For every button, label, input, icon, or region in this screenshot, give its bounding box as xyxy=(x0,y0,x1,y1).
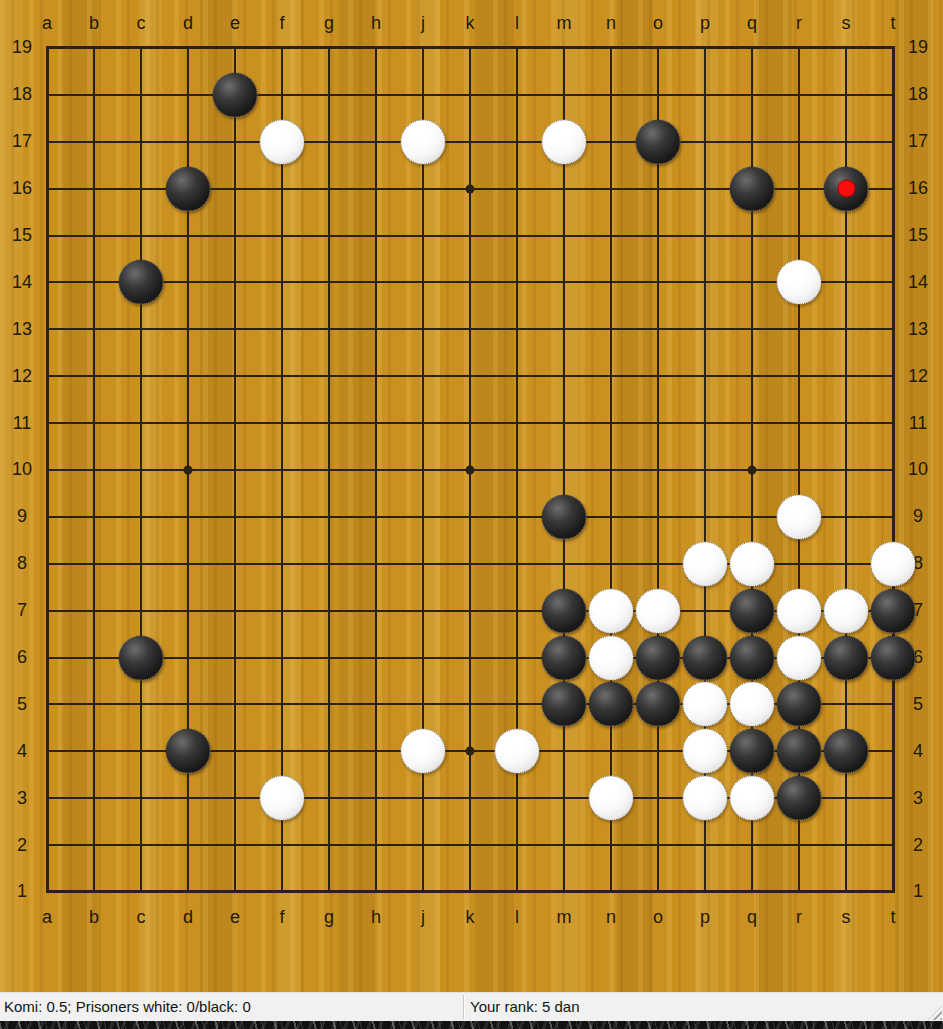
intersection-j10[interactable] xyxy=(400,447,447,494)
intersection-f2[interactable] xyxy=(259,822,306,869)
intersection-l7[interactable] xyxy=(494,587,541,634)
intersection-e14[interactable] xyxy=(212,259,259,306)
intersection-m14[interactable] xyxy=(541,259,588,306)
intersection-t5[interactable] xyxy=(870,681,917,728)
intersection-k2[interactable] xyxy=(447,822,494,869)
intersection-l3[interactable] xyxy=(494,775,541,822)
intersection-t13[interactable] xyxy=(870,306,917,353)
intersection-o14[interactable] xyxy=(635,259,682,306)
intersection-h15[interactable] xyxy=(353,212,400,259)
intersection-g11[interactable] xyxy=(306,400,353,447)
intersection-c5[interactable] xyxy=(118,681,165,728)
intersection-m11[interactable] xyxy=(541,400,588,447)
intersection-j15[interactable] xyxy=(400,212,447,259)
intersection-t12[interactable] xyxy=(870,353,917,400)
intersection-a18[interactable] xyxy=(24,71,71,118)
intersection-k1[interactable] xyxy=(447,869,494,916)
intersection-o4[interactable] xyxy=(635,728,682,775)
intersection-o11[interactable] xyxy=(635,400,682,447)
intersection-g8[interactable] xyxy=(306,540,353,587)
intersection-f5[interactable] xyxy=(259,681,306,728)
intersection-f1[interactable] xyxy=(259,869,306,916)
intersection-r2[interactable] xyxy=(776,822,823,869)
intersection-d6[interactable] xyxy=(165,634,212,681)
intersection-d13[interactable] xyxy=(165,306,212,353)
intersection-f18[interactable] xyxy=(259,71,306,118)
intersection-e6[interactable] xyxy=(212,634,259,681)
intersection-j3[interactable] xyxy=(400,775,447,822)
intersection-n2[interactable] xyxy=(588,822,635,869)
intersection-b7[interactable] xyxy=(71,587,118,634)
intersection-b5[interactable] xyxy=(71,681,118,728)
intersection-k8[interactable] xyxy=(447,540,494,587)
intersection-d9[interactable] xyxy=(165,493,212,540)
intersection-j11[interactable] xyxy=(400,400,447,447)
intersection-k17[interactable] xyxy=(447,118,494,165)
intersection-k12[interactable] xyxy=(447,353,494,400)
intersection-n10[interactable] xyxy=(588,447,635,494)
intersection-j8[interactable] xyxy=(400,540,447,587)
intersection-h8[interactable] xyxy=(353,540,400,587)
intersection-g6[interactable] xyxy=(306,634,353,681)
intersection-k4[interactable] xyxy=(447,728,494,775)
intersection-o1[interactable] xyxy=(635,869,682,916)
intersection-n12[interactable] xyxy=(588,353,635,400)
intersection-h19[interactable] xyxy=(353,25,400,72)
intersection-f9[interactable] xyxy=(259,493,306,540)
intersection-p14[interactable] xyxy=(682,259,729,306)
intersection-l2[interactable] xyxy=(494,822,541,869)
intersection-d17[interactable] xyxy=(165,118,212,165)
intersection-e13[interactable] xyxy=(212,306,259,353)
intersection-o13[interactable] xyxy=(635,306,682,353)
intersection-r11[interactable] xyxy=(776,400,823,447)
intersection-j16[interactable] xyxy=(400,165,447,212)
intersection-a8[interactable] xyxy=(24,540,71,587)
intersection-h17[interactable] xyxy=(353,118,400,165)
intersection-g19[interactable] xyxy=(306,25,353,72)
intersection-f15[interactable] xyxy=(259,212,306,259)
intersection-f19[interactable] xyxy=(259,25,306,72)
intersection-h11[interactable] xyxy=(353,400,400,447)
intersection-p10[interactable] xyxy=(682,447,729,494)
intersection-a15[interactable] xyxy=(24,212,71,259)
intersection-t19[interactable] xyxy=(870,25,917,72)
intersection-d14[interactable] xyxy=(165,259,212,306)
intersection-q13[interactable] xyxy=(729,306,776,353)
intersection-l15[interactable] xyxy=(494,212,541,259)
intersection-h2[interactable] xyxy=(353,822,400,869)
intersection-d11[interactable] xyxy=(165,400,212,447)
intersection-j7[interactable] xyxy=(400,587,447,634)
intersection-q11[interactable] xyxy=(729,400,776,447)
intersection-k16[interactable] xyxy=(447,165,494,212)
intersection-h18[interactable] xyxy=(353,71,400,118)
intersection-f16[interactable] xyxy=(259,165,306,212)
intersection-p15[interactable] xyxy=(682,212,729,259)
intersection-p7[interactable] xyxy=(682,587,729,634)
intersection-c17[interactable] xyxy=(118,118,165,165)
intersection-o8[interactable] xyxy=(635,540,682,587)
intersection-g18[interactable] xyxy=(306,71,353,118)
intersection-f10[interactable] xyxy=(259,447,306,494)
intersection-b11[interactable] xyxy=(71,400,118,447)
intersection-l19[interactable] xyxy=(494,25,541,72)
resize-grip[interactable] xyxy=(928,1006,942,1020)
intersection-e12[interactable] xyxy=(212,353,259,400)
intersection-c18[interactable] xyxy=(118,71,165,118)
intersection-n8[interactable] xyxy=(588,540,635,587)
intersection-r1[interactable] xyxy=(776,869,823,916)
intersection-r12[interactable] xyxy=(776,353,823,400)
intersection-j2[interactable] xyxy=(400,822,447,869)
intersection-c7[interactable] xyxy=(118,587,165,634)
intersection-j1[interactable] xyxy=(400,869,447,916)
intersection-b8[interactable] xyxy=(71,540,118,587)
intersection-m19[interactable] xyxy=(541,25,588,72)
intersection-d19[interactable] xyxy=(165,25,212,72)
intersection-b10[interactable] xyxy=(71,447,118,494)
intersection-f6[interactable] xyxy=(259,634,306,681)
intersection-o10[interactable] xyxy=(635,447,682,494)
intersection-p9[interactable] xyxy=(682,493,729,540)
intersection-q12[interactable] xyxy=(729,353,776,400)
intersection-t1[interactable] xyxy=(870,869,917,916)
intersection-m12[interactable] xyxy=(541,353,588,400)
intersection-a16[interactable] xyxy=(24,165,71,212)
intersection-g16[interactable] xyxy=(306,165,353,212)
intersection-f4[interactable] xyxy=(259,728,306,775)
intersection-s19[interactable] xyxy=(823,25,870,72)
intersection-s1[interactable] xyxy=(823,869,870,916)
intersection-q2[interactable] xyxy=(729,822,776,869)
intersection-q9[interactable] xyxy=(729,493,776,540)
intersection-n16[interactable] xyxy=(588,165,635,212)
intersection-l1[interactable] xyxy=(494,869,541,916)
intersection-m15[interactable] xyxy=(541,212,588,259)
intersection-t14[interactable] xyxy=(870,259,917,306)
intersection-m8[interactable] xyxy=(541,540,588,587)
intersection-r10[interactable] xyxy=(776,447,823,494)
intersection-p18[interactable] xyxy=(682,71,729,118)
intersection-q10[interactable] xyxy=(729,447,776,494)
intersection-c16[interactable] xyxy=(118,165,165,212)
intersection-b17[interactable] xyxy=(71,118,118,165)
intersection-k3[interactable] xyxy=(447,775,494,822)
intersection-a17[interactable] xyxy=(24,118,71,165)
intersection-r8[interactable] xyxy=(776,540,823,587)
intersection-m10[interactable] xyxy=(541,447,588,494)
intersection-p1[interactable] xyxy=(682,869,729,916)
intersection-j9[interactable] xyxy=(400,493,447,540)
intersection-h14[interactable] xyxy=(353,259,400,306)
intersection-n11[interactable] xyxy=(588,400,635,447)
intersection-a5[interactable] xyxy=(24,681,71,728)
intersection-d1[interactable] xyxy=(165,869,212,916)
intersection-o12[interactable] xyxy=(635,353,682,400)
intersection-m18[interactable] xyxy=(541,71,588,118)
intersection-r18[interactable] xyxy=(776,71,823,118)
intersection-t10[interactable] xyxy=(870,447,917,494)
intersection-b16[interactable] xyxy=(71,165,118,212)
intersection-d5[interactable] xyxy=(165,681,212,728)
intersection-g15[interactable] xyxy=(306,212,353,259)
intersection-p2[interactable] xyxy=(682,822,729,869)
intersection-d18[interactable] xyxy=(165,71,212,118)
intersection-a10[interactable] xyxy=(24,447,71,494)
intersection-b3[interactable] xyxy=(71,775,118,822)
intersection-c19[interactable] xyxy=(118,25,165,72)
intersection-j12[interactable] xyxy=(400,353,447,400)
intersection-h13[interactable] xyxy=(353,306,400,353)
intersection-h7[interactable] xyxy=(353,587,400,634)
intersection-g5[interactable] xyxy=(306,681,353,728)
intersection-q15[interactable] xyxy=(729,212,776,259)
intersection-l13[interactable] xyxy=(494,306,541,353)
intersection-e8[interactable] xyxy=(212,540,259,587)
intersection-d12[interactable] xyxy=(165,353,212,400)
intersection-m13[interactable] xyxy=(541,306,588,353)
intersection-s2[interactable] xyxy=(823,822,870,869)
intersection-c9[interactable] xyxy=(118,493,165,540)
intersection-p19[interactable] xyxy=(682,25,729,72)
intersection-a7[interactable] xyxy=(24,587,71,634)
intersection-c2[interactable] xyxy=(118,822,165,869)
intersection-e5[interactable] xyxy=(212,681,259,728)
intersection-k9[interactable] xyxy=(447,493,494,540)
intersection-d2[interactable] xyxy=(165,822,212,869)
intersection-s10[interactable] xyxy=(823,447,870,494)
intersection-b9[interactable] xyxy=(71,493,118,540)
intersection-b4[interactable] xyxy=(71,728,118,775)
intersection-o9[interactable] xyxy=(635,493,682,540)
intersection-d7[interactable] xyxy=(165,587,212,634)
intersection-b2[interactable] xyxy=(71,822,118,869)
intersection-f11[interactable] xyxy=(259,400,306,447)
intersection-a6[interactable] xyxy=(24,634,71,681)
intersection-p13[interactable] xyxy=(682,306,729,353)
intersection-j19[interactable] xyxy=(400,25,447,72)
intersection-j5[interactable] xyxy=(400,681,447,728)
intersection-g12[interactable] xyxy=(306,353,353,400)
intersection-n19[interactable] xyxy=(588,25,635,72)
intersection-p12[interactable] xyxy=(682,353,729,400)
intersection-s15[interactable] xyxy=(823,212,870,259)
intersection-b1[interactable] xyxy=(71,869,118,916)
intersection-n4[interactable] xyxy=(588,728,635,775)
intersection-n14[interactable] xyxy=(588,259,635,306)
intersection-j14[interactable] xyxy=(400,259,447,306)
intersection-g1[interactable] xyxy=(306,869,353,916)
intersection-e4[interactable] xyxy=(212,728,259,775)
intersection-p16[interactable] xyxy=(682,165,729,212)
intersection-a14[interactable] xyxy=(24,259,71,306)
intersection-m2[interactable] xyxy=(541,822,588,869)
intersection-m1[interactable] xyxy=(541,869,588,916)
intersection-q17[interactable] xyxy=(729,118,776,165)
intersection-l8[interactable] xyxy=(494,540,541,587)
intersection-s9[interactable] xyxy=(823,493,870,540)
intersection-h12[interactable] xyxy=(353,353,400,400)
intersection-g9[interactable] xyxy=(306,493,353,540)
intersection-b15[interactable] xyxy=(71,212,118,259)
intersection-c12[interactable] xyxy=(118,353,165,400)
intersection-h5[interactable] xyxy=(353,681,400,728)
intersection-n1[interactable] xyxy=(588,869,635,916)
intersection-s13[interactable] xyxy=(823,306,870,353)
intersection-k14[interactable] xyxy=(447,259,494,306)
intersection-g4[interactable] xyxy=(306,728,353,775)
intersection-a12[interactable] xyxy=(24,353,71,400)
intersection-s3[interactable] xyxy=(823,775,870,822)
intersection-e15[interactable] xyxy=(212,212,259,259)
intersection-c8[interactable] xyxy=(118,540,165,587)
intersection-l18[interactable] xyxy=(494,71,541,118)
intersection-b19[interactable] xyxy=(71,25,118,72)
intersection-e16[interactable] xyxy=(212,165,259,212)
intersection-l5[interactable] xyxy=(494,681,541,728)
intersection-t2[interactable] xyxy=(870,822,917,869)
intersection-t16[interactable] xyxy=(870,165,917,212)
intersection-t18[interactable] xyxy=(870,71,917,118)
intersection-l6[interactable] xyxy=(494,634,541,681)
intersection-c4[interactable] xyxy=(118,728,165,775)
intersection-b18[interactable] xyxy=(71,71,118,118)
intersection-g14[interactable] xyxy=(306,259,353,306)
intersection-s14[interactable] xyxy=(823,259,870,306)
intersection-j13[interactable] xyxy=(400,306,447,353)
intersection-j6[interactable] xyxy=(400,634,447,681)
intersection-d8[interactable] xyxy=(165,540,212,587)
intersection-a13[interactable] xyxy=(24,306,71,353)
intersection-o3[interactable] xyxy=(635,775,682,822)
intersection-r13[interactable] xyxy=(776,306,823,353)
intersection-g13[interactable] xyxy=(306,306,353,353)
intersection-a9[interactable] xyxy=(24,493,71,540)
intersection-h6[interactable] xyxy=(353,634,400,681)
intersection-s17[interactable] xyxy=(823,118,870,165)
intersection-l10[interactable] xyxy=(494,447,541,494)
intersection-c15[interactable] xyxy=(118,212,165,259)
intersection-q1[interactable] xyxy=(729,869,776,916)
intersection-c13[interactable] xyxy=(118,306,165,353)
intersection-g3[interactable] xyxy=(306,775,353,822)
intersection-m4[interactable] xyxy=(541,728,588,775)
intersection-m3[interactable] xyxy=(541,775,588,822)
intersection-b6[interactable] xyxy=(71,634,118,681)
intersection-b12[interactable] xyxy=(71,353,118,400)
intersection-n17[interactable] xyxy=(588,118,635,165)
intersection-k7[interactable] xyxy=(447,587,494,634)
intersection-l12[interactable] xyxy=(494,353,541,400)
intersection-h1[interactable] xyxy=(353,869,400,916)
intersection-g2[interactable] xyxy=(306,822,353,869)
intersection-k13[interactable] xyxy=(447,306,494,353)
intersection-r19[interactable] xyxy=(776,25,823,72)
intersection-e9[interactable] xyxy=(212,493,259,540)
intersection-o2[interactable] xyxy=(635,822,682,869)
intersection-k19[interactable] xyxy=(447,25,494,72)
intersection-k5[interactable] xyxy=(447,681,494,728)
intersection-e3[interactable] xyxy=(212,775,259,822)
intersection-t4[interactable] xyxy=(870,728,917,775)
intersection-f12[interactable] xyxy=(259,353,306,400)
intersection-n13[interactable] xyxy=(588,306,635,353)
intersection-o16[interactable] xyxy=(635,165,682,212)
intersection-o18[interactable] xyxy=(635,71,682,118)
intersection-f14[interactable] xyxy=(259,259,306,306)
intersection-k15[interactable] xyxy=(447,212,494,259)
intersection-h10[interactable] xyxy=(353,447,400,494)
intersection-a11[interactable] xyxy=(24,400,71,447)
intersection-k10[interactable] xyxy=(447,447,494,494)
intersection-s8[interactable] xyxy=(823,540,870,587)
intersection-e7[interactable] xyxy=(212,587,259,634)
intersection-s5[interactable] xyxy=(823,681,870,728)
intersection-d15[interactable] xyxy=(165,212,212,259)
intersection-e17[interactable] xyxy=(212,118,259,165)
intersection-p11[interactable] xyxy=(682,400,729,447)
intersection-k18[interactable] xyxy=(447,71,494,118)
intersection-d3[interactable] xyxy=(165,775,212,822)
intersection-f13[interactable] xyxy=(259,306,306,353)
intersection-l9[interactable] xyxy=(494,493,541,540)
intersection-q14[interactable] xyxy=(729,259,776,306)
intersection-n9[interactable] xyxy=(588,493,635,540)
intersection-q18[interactable] xyxy=(729,71,776,118)
intersection-l17[interactable] xyxy=(494,118,541,165)
intersection-r17[interactable] xyxy=(776,118,823,165)
intersection-o15[interactable] xyxy=(635,212,682,259)
intersection-d10[interactable] xyxy=(165,447,212,494)
intersection-k11[interactable] xyxy=(447,400,494,447)
intersection-g17[interactable] xyxy=(306,118,353,165)
intersection-c10[interactable] xyxy=(118,447,165,494)
intersection-e10[interactable] xyxy=(212,447,259,494)
intersection-a4[interactable] xyxy=(24,728,71,775)
intersection-b14[interactable] xyxy=(71,259,118,306)
intersection-n18[interactable] xyxy=(588,71,635,118)
intersection-b13[interactable] xyxy=(71,306,118,353)
intersection-g10[interactable] xyxy=(306,447,353,494)
intersection-a1[interactable] xyxy=(24,869,71,916)
intersection-a3[interactable] xyxy=(24,775,71,822)
intersection-f7[interactable] xyxy=(259,587,306,634)
intersection-e19[interactable] xyxy=(212,25,259,72)
intersection-p17[interactable] xyxy=(682,118,729,165)
intersection-e11[interactable] xyxy=(212,400,259,447)
intersection-a2[interactable] xyxy=(24,822,71,869)
intersection-c1[interactable] xyxy=(118,869,165,916)
intersection-o19[interactable] xyxy=(635,25,682,72)
intersection-j18[interactable] xyxy=(400,71,447,118)
intersection-m16[interactable] xyxy=(541,165,588,212)
intersection-e2[interactable] xyxy=(212,822,259,869)
intersection-t11[interactable] xyxy=(870,400,917,447)
intersection-c3[interactable] xyxy=(118,775,165,822)
intersection-l11[interactable] xyxy=(494,400,541,447)
intersection-l14[interactable] xyxy=(494,259,541,306)
intersection-t15[interactable] xyxy=(870,212,917,259)
intersection-s11[interactable] xyxy=(823,400,870,447)
intersection-t17[interactable] xyxy=(870,118,917,165)
intersection-r15[interactable] xyxy=(776,212,823,259)
intersection-h16[interactable] xyxy=(353,165,400,212)
intersection-f8[interactable] xyxy=(259,540,306,587)
intersection-r16[interactable] xyxy=(776,165,823,212)
intersection-a19[interactable] xyxy=(24,25,71,72)
intersection-l16[interactable] xyxy=(494,165,541,212)
